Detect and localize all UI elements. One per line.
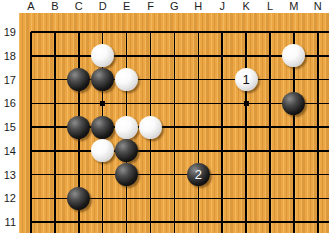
grid-line-vertical-N bbox=[317, 32, 319, 233]
stone-black-M16[interactable] bbox=[282, 92, 305, 115]
stone-white-K17[interactable]: 1 bbox=[235, 68, 258, 91]
go-board-diagram: ABCDEFGHJKLMN 191817161514131211 12 bbox=[0, 0, 329, 233]
row-label-15: 15 bbox=[0, 121, 16, 133]
grid-line-vertical-G bbox=[174, 32, 176, 233]
row-label-18: 18 bbox=[0, 50, 16, 62]
stone-white-E17[interactable] bbox=[115, 68, 138, 91]
grid-line-vertical-L bbox=[269, 32, 271, 233]
grid-line-horizontal-11 bbox=[31, 221, 329, 223]
grid-line-vertical-A bbox=[30, 32, 32, 233]
stone-white-E15[interactable] bbox=[115, 116, 138, 139]
move-number-label: 2 bbox=[195, 168, 202, 181]
row-label-17: 17 bbox=[0, 74, 16, 86]
stone-white-F15[interactable] bbox=[139, 116, 162, 139]
grid-line-vertical-K bbox=[245, 32, 247, 233]
row-label-16: 16 bbox=[0, 97, 16, 109]
star-point-D16 bbox=[100, 101, 105, 106]
stone-black-C15[interactable] bbox=[67, 116, 90, 139]
column-label-M: M bbox=[285, 0, 303, 12]
row-label-14: 14 bbox=[0, 145, 16, 157]
stone-black-E13[interactable] bbox=[115, 163, 138, 186]
column-label-E: E bbox=[118, 0, 136, 12]
row-label-19: 19 bbox=[0, 26, 16, 38]
grid-line-horizontal-19 bbox=[31, 31, 329, 33]
stone-black-C12[interactable] bbox=[67, 187, 90, 210]
grid-line-vertical-H bbox=[198, 32, 200, 233]
column-label-K: K bbox=[237, 0, 255, 12]
star-point-K16 bbox=[244, 101, 249, 106]
grid-line-horizontal-13 bbox=[31, 174, 329, 176]
grid-line-vertical-B bbox=[54, 32, 56, 233]
grid-line-vertical-J bbox=[221, 32, 223, 233]
move-number-label: 1 bbox=[242, 73, 249, 86]
stone-black-D15[interactable] bbox=[91, 116, 114, 139]
column-label-B: B bbox=[46, 0, 64, 12]
stone-black-H13[interactable]: 2 bbox=[187, 163, 210, 186]
column-label-H: H bbox=[189, 0, 207, 12]
column-label-N: N bbox=[309, 0, 327, 12]
column-label-F: F bbox=[142, 0, 160, 12]
row-label-12: 12 bbox=[0, 192, 16, 204]
column-label-G: G bbox=[165, 0, 183, 12]
grid-line-horizontal-14 bbox=[31, 150, 329, 152]
column-label-L: L bbox=[261, 0, 279, 12]
column-label-D: D bbox=[94, 0, 112, 12]
row-label-13: 13 bbox=[0, 169, 16, 181]
column-label-C: C bbox=[70, 0, 88, 12]
row-label-11: 11 bbox=[0, 216, 16, 228]
column-label-J: J bbox=[213, 0, 231, 12]
column-label-A: A bbox=[22, 0, 40, 12]
